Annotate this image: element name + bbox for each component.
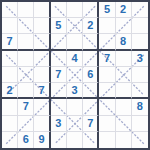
cell-r5c3[interactable] (34, 67, 50, 83)
cell-r5c6[interactable]: 6 (83, 67, 99, 83)
cell-r3c9[interactable] (132, 34, 148, 50)
cell-r9c1[interactable] (2, 132, 18, 148)
cell-r7c7[interactable] (99, 99, 115, 115)
cell-r7c1[interactable] (2, 99, 18, 115)
cell-r9c9[interactable] (132, 132, 148, 148)
cell-r2c4[interactable]: 5 (51, 18, 67, 34)
cell-r1c9[interactable] (132, 2, 148, 18)
cell-r8c8[interactable] (116, 116, 132, 132)
cell-r2c2[interactable] (18, 18, 34, 34)
cell-r9c4[interactable] (51, 132, 67, 148)
cell-r6c9[interactable] (132, 83, 148, 99)
cell-r3c3[interactable] (34, 34, 50, 50)
sudoku-board: 52527847376273783769 (0, 0, 150, 150)
cell-r3c8[interactable]: 8 (116, 34, 132, 50)
cell-r8c9[interactable] (132, 116, 148, 132)
cell-r4c5[interactable]: 4 (67, 51, 83, 67)
cell-r6c8[interactable] (116, 83, 132, 99)
cell-r8c6[interactable]: 7 (83, 116, 99, 132)
cell-r9c2[interactable]: 6 (18, 132, 34, 148)
cell-r2c8[interactable] (116, 18, 132, 34)
cell-r1c3[interactable] (34, 2, 50, 18)
cell-r1c5[interactable] (67, 2, 83, 18)
cell-r2c7[interactable] (99, 18, 115, 34)
cell-r3c7[interactable] (99, 34, 115, 50)
cell-r9c3[interactable]: 9 (34, 132, 50, 148)
cell-r6c3[interactable]: 7 (34, 83, 50, 99)
cell-r1c2[interactable] (18, 2, 34, 18)
cell-r4c2[interactable] (18, 51, 34, 67)
cell-r5c1[interactable] (2, 67, 18, 83)
cell-r5c8[interactable] (116, 67, 132, 83)
cell-r6c1[interactable]: 2 (2, 83, 18, 99)
cell-r8c7[interactable] (99, 116, 115, 132)
cell-r2c5[interactable] (67, 18, 83, 34)
cell-r3c2[interactable] (18, 34, 34, 50)
cell-r2c3[interactable] (34, 18, 50, 34)
cell-r2c6[interactable]: 2 (83, 18, 99, 34)
cell-r5c5[interactable] (67, 67, 83, 83)
cell-r1c1[interactable] (2, 2, 18, 18)
cell-r3c6[interactable] (83, 34, 99, 50)
cell-r6c2[interactable] (18, 83, 34, 99)
cell-r2c9[interactable] (132, 18, 148, 34)
cell-r1c8[interactable]: 2 (116, 2, 132, 18)
cell-r4c3[interactable] (34, 51, 50, 67)
cell-r1c4[interactable] (51, 2, 67, 18)
cell-r8c5[interactable] (67, 116, 83, 132)
cell-r8c4[interactable]: 3 (51, 116, 67, 132)
cell-r6c6[interactable] (83, 83, 99, 99)
cell-r4c4[interactable] (51, 51, 67, 67)
cell-r7c6[interactable] (83, 99, 99, 115)
cell-r3c5[interactable] (67, 34, 83, 50)
cell-r4c9[interactable]: 3 (132, 51, 148, 67)
cell-r7c5[interactable] (67, 99, 83, 115)
cell-r6c5[interactable]: 3 (67, 83, 83, 99)
cell-r8c3[interactable] (34, 116, 50, 132)
cell-r4c6[interactable] (83, 51, 99, 67)
cell-r7c4[interactable] (51, 99, 67, 115)
cell-r7c2[interactable]: 7 (18, 99, 34, 115)
cell-r5c4[interactable]: 7 (51, 67, 67, 83)
cell-r9c8[interactable] (116, 132, 132, 148)
cell-r4c1[interactable] (2, 51, 18, 67)
cell-r1c6[interactable] (83, 2, 99, 18)
cell-r7c8[interactable] (116, 99, 132, 115)
cell-r2c1[interactable] (2, 18, 18, 34)
sudoku-grid: 52527847376273783769 (2, 2, 148, 148)
cell-r1c7[interactable]: 5 (99, 2, 115, 18)
cell-r3c4[interactable] (51, 34, 67, 50)
cell-r8c2[interactable] (18, 116, 34, 132)
cell-r4c7[interactable]: 7 (99, 51, 115, 67)
cell-r8c1[interactable] (2, 116, 18, 132)
cell-r4c8[interactable] (116, 51, 132, 67)
cell-r5c2[interactable] (18, 67, 34, 83)
cell-r6c7[interactable] (99, 83, 115, 99)
cell-r7c9[interactable]: 8 (132, 99, 148, 115)
cell-r9c7[interactable] (99, 132, 115, 148)
cell-r3c1[interactable]: 7 (2, 34, 18, 50)
cell-r5c7[interactable] (99, 67, 115, 83)
cell-r6c4[interactable] (51, 83, 67, 99)
cell-r9c6[interactable] (83, 132, 99, 148)
cell-r9c5[interactable] (67, 132, 83, 148)
cell-r5c9[interactable] (132, 67, 148, 83)
cell-r7c3[interactable] (34, 99, 50, 115)
